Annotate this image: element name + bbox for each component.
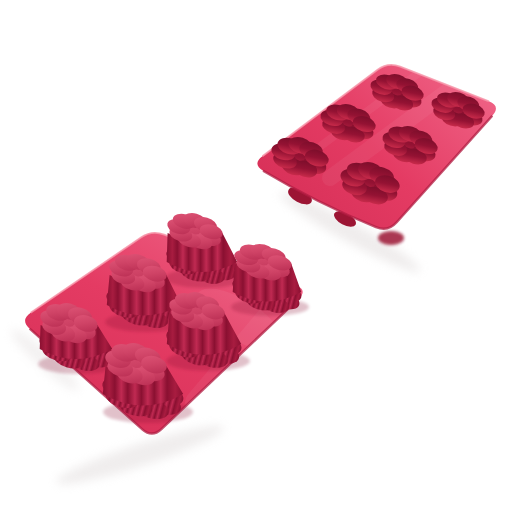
mold-upside-down: [25, 207, 309, 434]
mold-foot: [378, 231, 404, 245]
mold-face-up: [257, 65, 496, 245]
fluted-cup: [228, 238, 309, 320]
photo-canvas: Two dark-pink silicone six-cup fluted ba…: [0, 0, 522, 522]
fluted-cup: [161, 207, 245, 291]
product-photo: Two dark-pink silicone six-cup fluted ba…: [0, 0, 522, 522]
